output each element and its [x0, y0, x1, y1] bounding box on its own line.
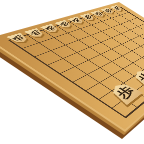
piece-kanji: 歩 [58, 22, 71, 28]
piece-kanji: 歩 [83, 15, 94, 20]
piece-kanji: 歩 [71, 18, 83, 23]
piece-kanji: 歩 [93, 12, 103, 17]
piece-kanji: 歩 [112, 6, 121, 10]
piece-kanji: 歩 [103, 9, 113, 14]
shogi-scene: 歩歩歩歩歩歩歩歩歩歩歩 [0, 0, 144, 144]
piece-kanji: 歩 [44, 26, 58, 32]
piece-kanji: 歩 [28, 30, 43, 37]
piece-kanji: 歩 [113, 84, 137, 100]
